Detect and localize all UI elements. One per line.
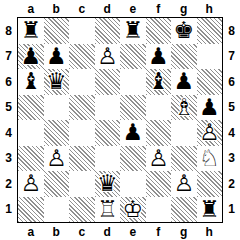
- square-f2[interactable]: [146, 171, 172, 197]
- rank-label-7: 7: [223, 44, 240, 70]
- rank-label-3: 3: [0, 146, 17, 172]
- square-h2[interactable]: [197, 171, 223, 197]
- square-d8[interactable]: [95, 18, 121, 44]
- rank-label-4: 4: [0, 120, 17, 146]
- square-g7[interactable]: [171, 44, 197, 70]
- piece-white-pawn: ♟♙: [95, 44, 121, 70]
- piece-white-rook: ♜♖: [95, 197, 121, 223]
- piece-glyph: ♛: [44, 69, 70, 95]
- square-a1[interactable]: [18, 197, 44, 223]
- square-h4[interactable]: ♟♙: [197, 120, 223, 146]
- rank-label-2: 2: [223, 171, 240, 197]
- square-a2[interactable]: ♟♙: [18, 171, 44, 197]
- square-e5[interactable]: [120, 95, 146, 121]
- file-label-h: h: [197, 223, 223, 240]
- file-labels-bottom: abcdefgh: [18, 223, 222, 240]
- square-b5[interactable]: [44, 95, 70, 121]
- piece-outline-layer: ♙: [95, 44, 121, 70]
- piece-outline-layer: ♙: [44, 146, 70, 172]
- square-a8[interactable]: ♜: [18, 18, 44, 44]
- square-a3[interactable]: [18, 146, 44, 172]
- piece-outline-layer: ♗: [171, 95, 197, 121]
- rank-label-6: 6: [223, 69, 240, 95]
- square-b6[interactable]: ♛: [44, 69, 70, 95]
- piece-black-rook: ♜: [120, 18, 146, 44]
- piece-glyph: ♜: [18, 18, 44, 44]
- piece-glyph: ♝: [146, 69, 172, 95]
- rank-label-5: 5: [223, 95, 240, 121]
- file-label-b: b: [44, 223, 70, 240]
- square-b7[interactable]: ♟: [44, 44, 70, 70]
- square-f5[interactable]: [146, 95, 172, 121]
- rank-labels-left: 87654321: [0, 18, 17, 222]
- rank-label-6: 6: [0, 69, 17, 95]
- square-h1[interactable]: ♜: [197, 197, 223, 223]
- piece-glyph: ♟: [197, 95, 223, 121]
- square-d7[interactable]: ♟♙: [95, 44, 121, 70]
- piece-black-pawn: ♟: [120, 120, 146, 146]
- rank-label-5: 5: [0, 95, 17, 121]
- piece-white-pawn: ♟♙: [197, 120, 223, 146]
- square-g8[interactable]: ♚: [171, 18, 197, 44]
- piece-white-knight: ♞♘: [197, 146, 223, 172]
- file-label-d: d: [95, 0, 121, 17]
- piece-white-pawn: ♟♙: [146, 146, 172, 172]
- piece-black-bishop: ♝: [18, 69, 44, 95]
- square-e3[interactable]: [120, 146, 146, 172]
- rank-label-8: 8: [0, 18, 17, 44]
- square-d6[interactable]: [95, 69, 121, 95]
- square-c6[interactable]: [69, 69, 95, 95]
- piece-black-pawn: ♟: [18, 44, 44, 70]
- rank-label-1: 1: [0, 197, 17, 223]
- square-b8[interactable]: [44, 18, 70, 44]
- file-labels-top: abcdefgh: [18, 0, 222, 17]
- square-a4[interactable]: [18, 120, 44, 146]
- piece-glyph: ♜: [120, 18, 146, 44]
- file-label-a: a: [18, 0, 44, 17]
- piece-glyph: ♟: [18, 44, 44, 70]
- piece-black-queen: ♛: [44, 69, 70, 95]
- square-a7[interactable]: ♟: [18, 44, 44, 70]
- square-c5[interactable]: [69, 95, 95, 121]
- file-label-h: h: [197, 0, 223, 17]
- chess-board: ♜♜♚♟♟♟♙♟♝♛♝♟♝♗♟♟♟♙♟♙♟♙♞♘♟♙♛♟♙♜♖♚♔♜: [17, 17, 223, 223]
- rank-label-4: 4: [223, 120, 240, 146]
- square-b3[interactable]: ♟♙: [44, 146, 70, 172]
- piece-white-bishop: ♝♗: [171, 95, 197, 121]
- square-b2[interactable]: [44, 171, 70, 197]
- square-c3[interactable]: [69, 146, 95, 172]
- file-label-e: e: [120, 223, 146, 240]
- file-label-b: b: [44, 0, 70, 17]
- square-h5[interactable]: ♟: [197, 95, 223, 121]
- file-label-c: c: [69, 0, 95, 17]
- piece-outline-layer: ♖: [95, 197, 121, 223]
- piece-white-king: ♚♔: [120, 197, 146, 223]
- square-d4[interactable]: [95, 120, 121, 146]
- square-g4[interactable]: [171, 120, 197, 146]
- piece-black-pawn: ♟: [44, 44, 70, 70]
- square-d1[interactable]: ♜♖: [95, 197, 121, 223]
- square-f8[interactable]: [146, 18, 172, 44]
- square-h8[interactable]: [197, 18, 223, 44]
- rank-label-2: 2: [0, 171, 17, 197]
- piece-black-bishop: ♝: [146, 69, 172, 95]
- piece-glyph: ♛: [95, 171, 121, 197]
- chess-diagram: abcdefgh 87654321 ♜♜♚♟♟♟♙♟♝♛♝♟♝♗♟♟♟♙♟♙♟♙…: [0, 0, 240, 240]
- square-a5[interactable]: [18, 95, 44, 121]
- square-d3[interactable]: [95, 146, 121, 172]
- file-label-g: g: [171, 223, 197, 240]
- square-e1[interactable]: ♚♔: [120, 197, 146, 223]
- piece-glyph: ♟: [171, 69, 197, 95]
- square-e4[interactable]: ♟: [120, 120, 146, 146]
- square-c8[interactable]: [69, 18, 95, 44]
- piece-black-queen: ♛: [95, 171, 121, 197]
- file-label-e: e: [120, 0, 146, 17]
- square-c4[interactable]: [69, 120, 95, 146]
- piece-black-pawn: ♟: [197, 95, 223, 121]
- square-g6[interactable]: ♟: [171, 69, 197, 95]
- square-d5[interactable]: [95, 95, 121, 121]
- piece-black-rook: ♜: [197, 197, 223, 223]
- piece-glyph: ♟: [146, 44, 172, 70]
- file-label-c: c: [69, 223, 95, 240]
- square-e8[interactable]: ♜: [120, 18, 146, 44]
- rank-label-3: 3: [223, 146, 240, 172]
- piece-outline-layer: ♙: [197, 120, 223, 146]
- piece-glyph: ♟: [44, 44, 70, 70]
- square-f6[interactable]: ♝: [146, 69, 172, 95]
- rank-labels-right: 87654321: [223, 18, 240, 222]
- rank-label-7: 7: [0, 44, 17, 70]
- square-f4[interactable]: [146, 120, 172, 146]
- square-e6[interactable]: [120, 69, 146, 95]
- square-g2[interactable]: ♟♙: [171, 171, 197, 197]
- square-e2[interactable]: [120, 171, 146, 197]
- file-label-f: f: [146, 0, 172, 17]
- square-f7[interactable]: ♟: [146, 44, 172, 70]
- square-e7[interactable]: [120, 44, 146, 70]
- file-label-a: a: [18, 223, 44, 240]
- square-b4[interactable]: [44, 120, 70, 146]
- square-c2[interactable]: [69, 171, 95, 197]
- piece-glyph: ♜: [197, 197, 223, 223]
- piece-outline-layer: ♙: [18, 171, 44, 197]
- square-g1[interactable]: [171, 197, 197, 223]
- piece-black-pawn: ♟: [171, 69, 197, 95]
- square-h7[interactable]: [197, 44, 223, 70]
- rank-label-1: 1: [223, 197, 240, 223]
- square-f1[interactable]: [146, 197, 172, 223]
- piece-black-king: ♚: [171, 18, 197, 44]
- piece-glyph: ♟: [120, 120, 146, 146]
- square-h6[interactable]: [197, 69, 223, 95]
- piece-white-pawn: ♟♙: [171, 171, 197, 197]
- piece-black-pawn: ♟: [146, 44, 172, 70]
- square-d2[interactable]: ♛: [95, 171, 121, 197]
- file-label-f: f: [146, 223, 172, 240]
- piece-outline-layer: ♙: [171, 171, 197, 197]
- square-a6[interactable]: ♝: [18, 69, 44, 95]
- file-label-d: d: [95, 223, 121, 240]
- square-c1[interactable]: [69, 197, 95, 223]
- piece-outline-layer: ♘: [197, 146, 223, 172]
- square-b1[interactable]: [44, 197, 70, 223]
- square-g3[interactable]: [171, 146, 197, 172]
- piece-white-pawn: ♟♙: [18, 171, 44, 197]
- piece-white-pawn: ♟♙: [44, 146, 70, 172]
- rank-label-8: 8: [223, 18, 240, 44]
- piece-outline-layer: ♙: [146, 146, 172, 172]
- square-c7[interactable]: [69, 44, 95, 70]
- file-label-g: g: [171, 0, 197, 17]
- square-h3[interactable]: ♞♘: [197, 146, 223, 172]
- piece-glyph: ♝: [18, 69, 44, 95]
- piece-black-rook: ♜: [18, 18, 44, 44]
- square-g5[interactable]: ♝♗: [171, 95, 197, 121]
- piece-outline-layer: ♔: [120, 197, 146, 223]
- piece-glyph: ♚: [171, 18, 197, 44]
- square-f3[interactable]: ♟♙: [146, 146, 172, 172]
